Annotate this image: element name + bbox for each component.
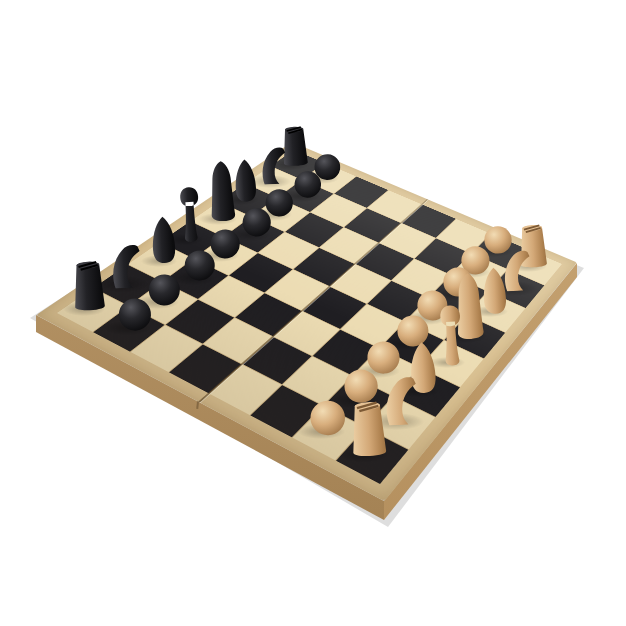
chess-board: [57, 150, 562, 484]
chess-set-photo: [0, 0, 626, 626]
board-grid: [57, 150, 562, 484]
